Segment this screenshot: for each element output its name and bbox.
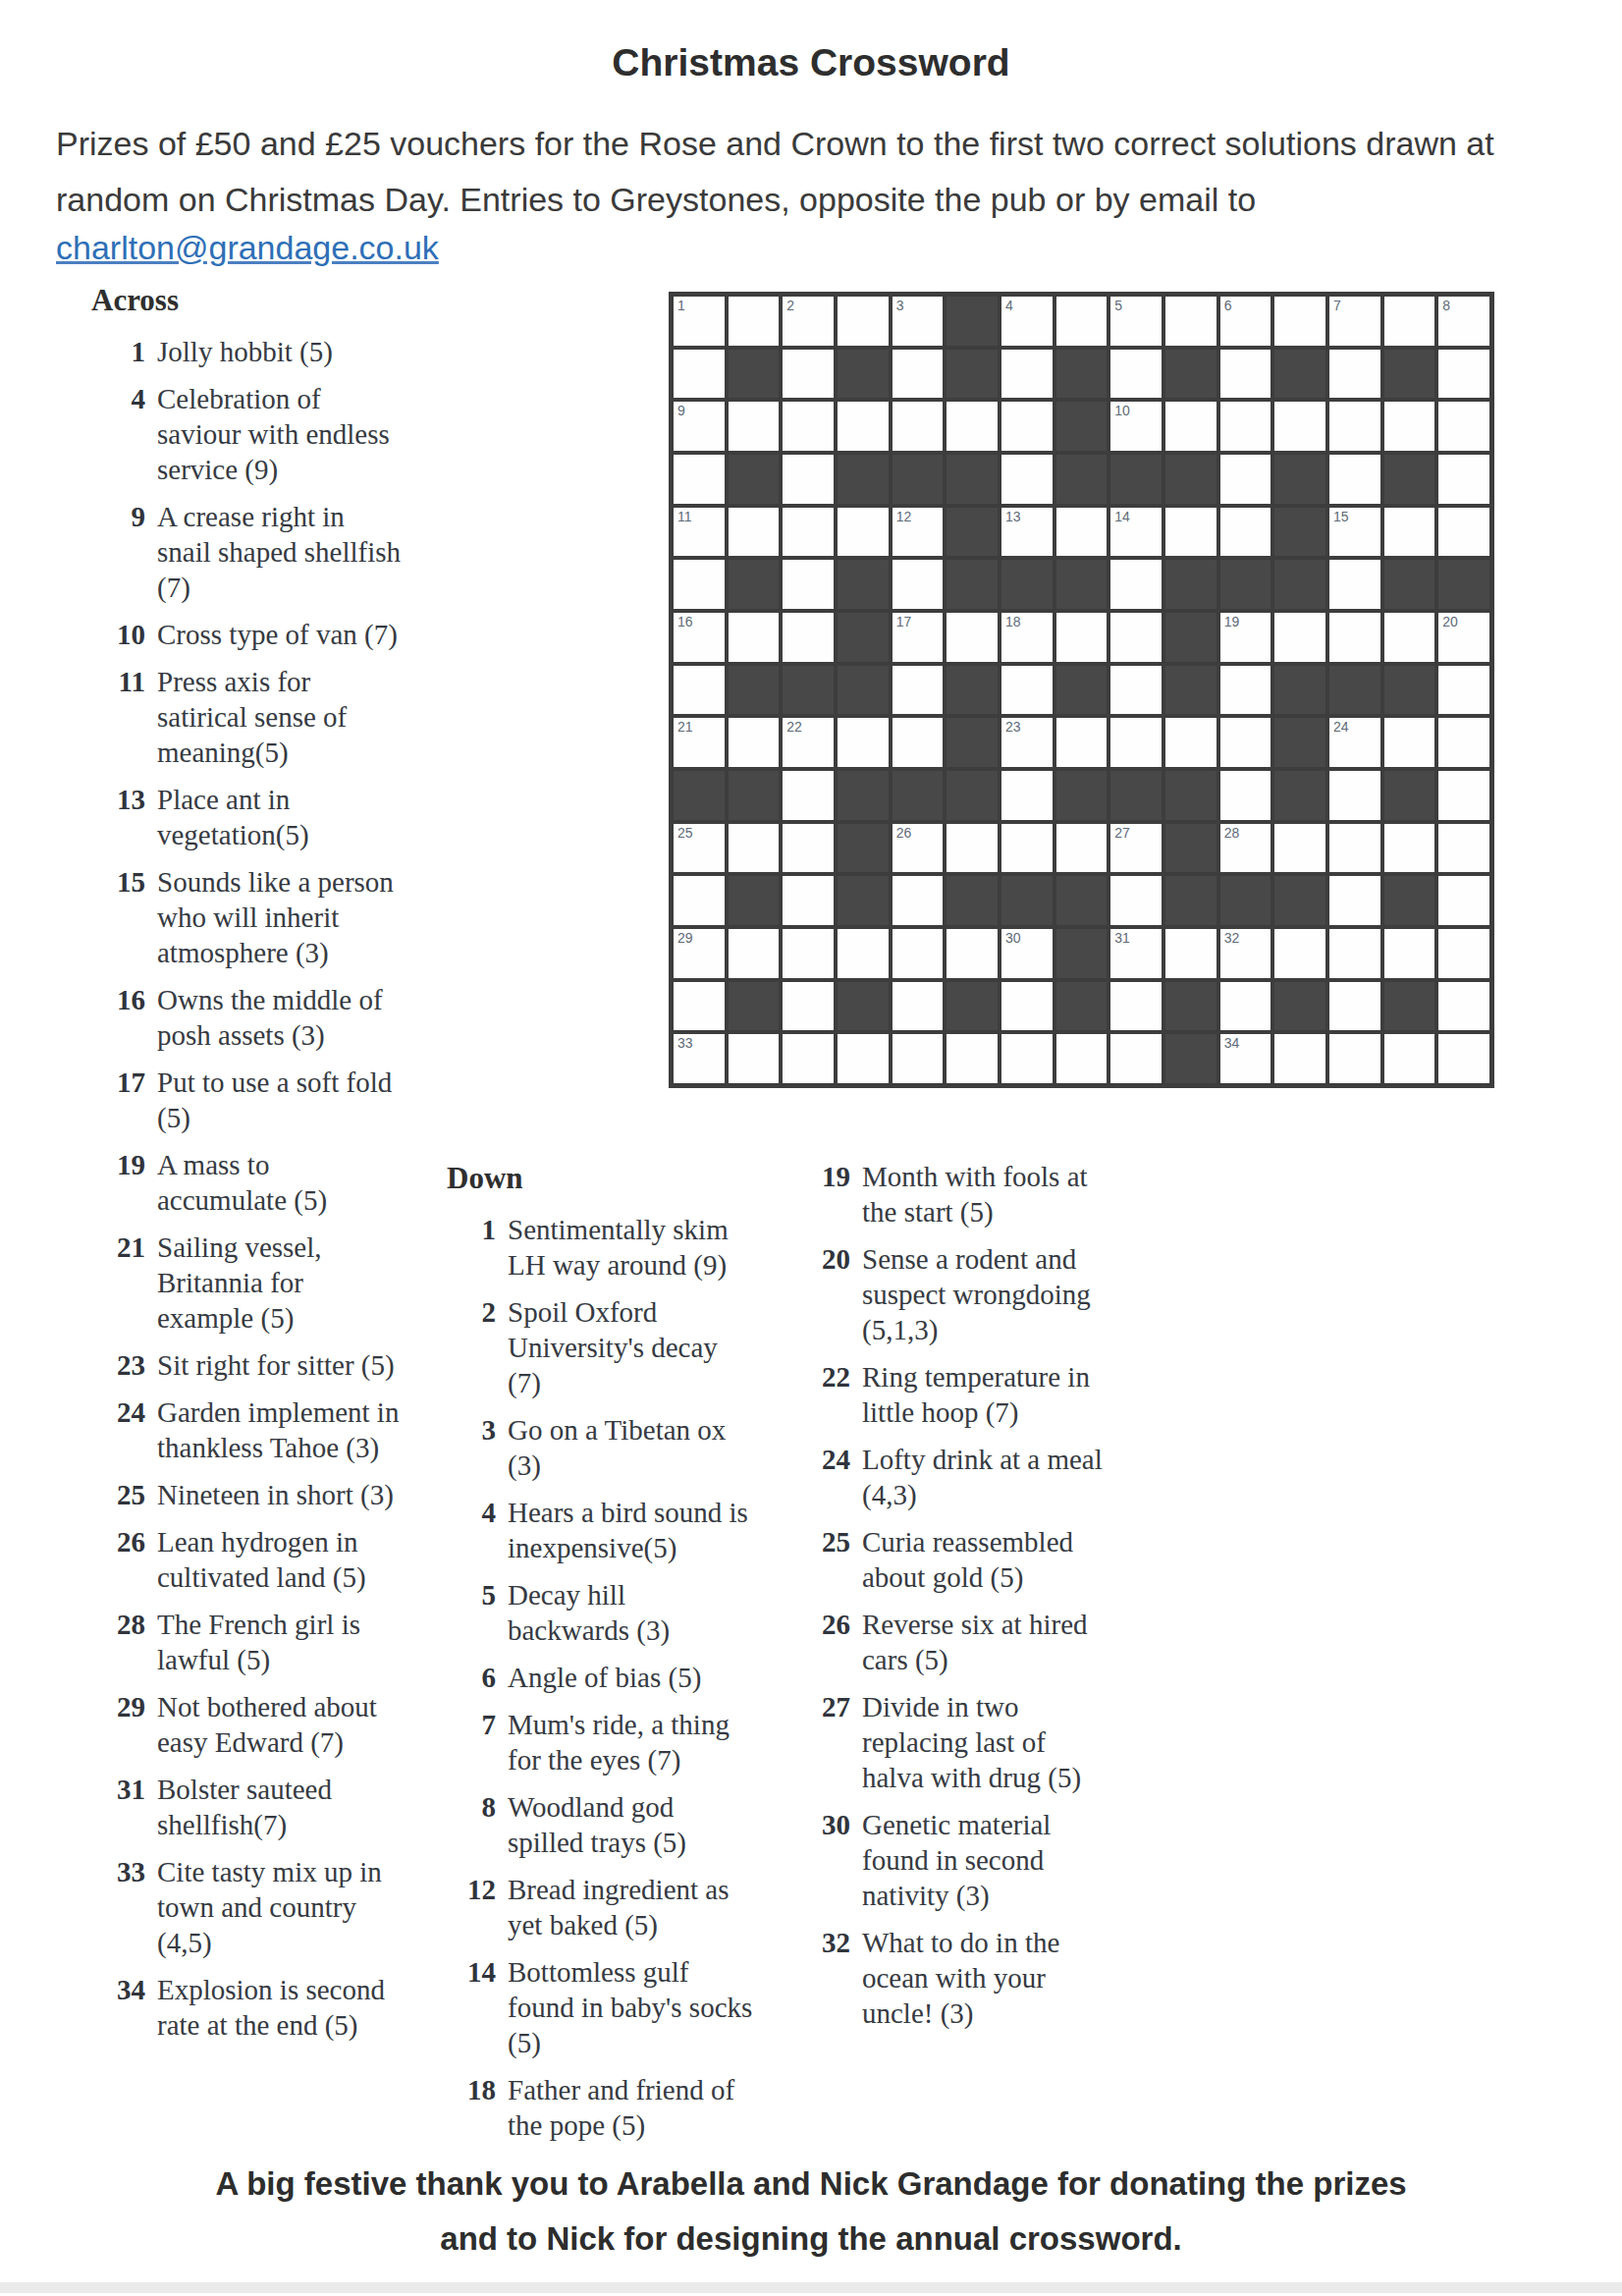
clue-number-20: 20 (1442, 614, 1458, 629)
cell-r9c9[interactable] (1110, 718, 1162, 767)
cell-r5c8[interactable] (1056, 508, 1108, 557)
cell-r8c3-black (783, 666, 834, 715)
cell-r1c13[interactable]: 7 (1329, 297, 1380, 346)
across-clue-text-25: Nineteen in short (3) (157, 1477, 452, 1512)
cell-r3c6[interactable] (946, 402, 998, 451)
cell-r12c1[interactable] (674, 876, 725, 925)
cell-r4c6-black (946, 455, 998, 504)
cell-r10c11[interactable] (1220, 771, 1271, 820)
cell-r11c7[interactable] (1001, 824, 1053, 873)
down-clue-7: 7Mum's ride, a thing for the eyes (7) (447, 1707, 790, 1777)
down-clue-8: 8Woodland god spilled trays (5) (447, 1789, 790, 1860)
cell-r1c2[interactable] (729, 297, 780, 346)
cell-r11c15[interactable] (1438, 824, 1489, 873)
cell-r8c14-black (1384, 666, 1435, 715)
cell-r15c8[interactable] (1056, 1034, 1108, 1083)
cell-r7c5[interactable]: 17 (892, 613, 944, 662)
cell-r10c2-black (729, 771, 780, 820)
cell-r5c14[interactable] (1384, 508, 1435, 557)
cell-r12c15[interactable] (1438, 876, 1489, 925)
email-link[interactable]: charlton@grandage.co.uk (56, 229, 439, 267)
down-clue-text-22: Ring temperature in little hoop (7) (862, 1359, 1157, 1430)
cell-r3c11[interactable] (1220, 402, 1271, 451)
cell-r15c6[interactable] (946, 1034, 998, 1083)
cell-r5c7[interactable]: 13 (1001, 508, 1053, 557)
cell-r5c5[interactable]: 12 (892, 508, 944, 557)
page-title: Christmas Crossword (0, 41, 1622, 84)
across-clue-text-31: Bolster sauteed shellfish(7) (157, 1772, 452, 1842)
cell-r1c12[interactable] (1274, 297, 1325, 346)
cell-r7c2[interactable] (729, 613, 780, 662)
cell-r8c7[interactable] (1001, 666, 1053, 715)
cell-r12c6-black (946, 876, 998, 925)
cell-r5c11[interactable] (1220, 508, 1271, 557)
cell-r4c3[interactable] (783, 455, 834, 504)
cell-r13c9[interactable]: 31 (1110, 929, 1162, 978)
across-clue-26: 26Lean hydrogen in cultivated land (5) (91, 1524, 457, 1595)
cell-r2c13[interactable] (1329, 350, 1380, 399)
cell-r6c13[interactable] (1329, 560, 1380, 609)
cell-r15c11[interactable]: 34 (1220, 1034, 1271, 1083)
cell-r15c15[interactable] (1438, 1034, 1489, 1083)
clue-number-13: 13 (1005, 509, 1021, 524)
cell-r14c3[interactable] (783, 982, 834, 1031)
across-clue-num-17: 17 (91, 1065, 157, 1135)
cell-r13c6[interactable] (946, 929, 998, 978)
cell-r15c12[interactable] (1274, 1034, 1325, 1083)
down-clue-num-4: 4 (447, 1495, 508, 1565)
across-clue-num-24: 24 (91, 1394, 157, 1465)
cell-r7c14[interactable] (1384, 613, 1435, 662)
cell-r10c8-black (1056, 771, 1108, 820)
cell-r11c13[interactable] (1329, 824, 1380, 873)
across-clue-num-23: 23 (91, 1347, 157, 1383)
cell-r7c6[interactable] (946, 613, 998, 662)
cell-r1c1[interactable]: 1 (674, 297, 725, 346)
cell-r4c12-black (1274, 455, 1325, 504)
cell-r14c1[interactable] (674, 982, 725, 1031)
down-clue-3: 3Go on a Tibetan ox (3) (447, 1412, 790, 1483)
cell-r15c5[interactable] (892, 1034, 944, 1083)
down-clue-text-19: Month with fools at the start (5) (862, 1159, 1157, 1230)
down-clue-num-20: 20 (803, 1241, 862, 1347)
down-clue-text-1: Sentimentally skim LH way around (9) (508, 1212, 787, 1283)
cell-r9c5[interactable] (892, 718, 944, 767)
clue-number-11: 11 (677, 509, 692, 524)
cell-r3c2[interactable] (729, 402, 780, 451)
down-clue-num-14: 14 (447, 1954, 508, 2060)
clue-number-28: 28 (1224, 825, 1240, 841)
cell-r14c13[interactable] (1329, 982, 1380, 1031)
cell-r13c5[interactable] (892, 929, 944, 978)
cell-r11c5[interactable]: 26 (892, 824, 944, 873)
cell-r10c13[interactable] (1329, 771, 1380, 820)
across-clue-25: 25Nineteen in short (3) (91, 1477, 457, 1512)
cell-r1c5[interactable]: 3 (892, 297, 944, 346)
across-clue-text-9: A crease right in snail shaped shellfish… (157, 499, 452, 605)
cell-r1c15[interactable]: 8 (1438, 297, 1489, 346)
cell-r11c8[interactable] (1056, 824, 1108, 873)
cell-r12c9[interactable] (1110, 876, 1162, 925)
cell-r9c10[interactable] (1165, 718, 1216, 767)
clue-number-8: 8 (1442, 298, 1450, 313)
cell-r10c15[interactable] (1438, 771, 1489, 820)
cell-r8c10-black (1165, 666, 1216, 715)
cell-r14c11[interactable] (1220, 982, 1271, 1031)
down-clue-text-2: Spoil Oxford University's decay (7) (508, 1294, 787, 1400)
down-clue-18: 18Father and friend of the pope (5) (447, 2072, 790, 2143)
across-clue-num-25: 25 (91, 1477, 157, 1512)
cell-r15c3[interactable] (783, 1034, 834, 1083)
down-clue-22: 22Ring temperature in little hoop (7) (803, 1359, 1162, 1430)
cell-r13c12[interactable] (1274, 929, 1325, 978)
cell-r10c5-black (892, 771, 944, 820)
cell-r13c10[interactable] (1165, 929, 1216, 978)
cell-r8c15[interactable] (1438, 666, 1489, 715)
across-clue-num-1: 1 (91, 334, 157, 369)
across-clue-num-10: 10 (91, 617, 157, 652)
cell-r3c10[interactable] (1165, 402, 1216, 451)
cell-r1c9[interactable]: 5 (1110, 297, 1162, 346)
cell-r11c1[interactable]: 25 (674, 824, 725, 873)
across-clue-num-15: 15 (91, 864, 157, 970)
down-clue-text-14: Bottomless gulf found in baby's socks (5… (508, 1954, 787, 2060)
down-clue-12: 12Bread ingredient as yet baked (5) (447, 1872, 790, 1942)
cell-r4c1[interactable] (674, 455, 725, 504)
across-clue-16: 16Owns the middle of posh assets (3) (91, 982, 457, 1053)
across-clue-34: 34Explosion is second rate at the end (5… (91, 1972, 457, 2043)
cell-r1c10[interactable] (1165, 297, 1216, 346)
cell-r8c5[interactable] (892, 666, 944, 715)
clue-number-32: 32 (1224, 930, 1240, 946)
down-clue-num-26: 26 (803, 1607, 862, 1677)
across-clue-text-10: Cross type of van (7) (157, 617, 452, 652)
cell-r4c4-black (838, 455, 889, 504)
across-clue-text-34: Explosion is second rate at the end (5) (157, 1972, 452, 2043)
cell-r4c13[interactable] (1329, 455, 1380, 504)
down-clue-30: 30Genetic material found in second nativ… (803, 1807, 1162, 1913)
cell-r14c7[interactable] (1001, 982, 1053, 1031)
cell-r13c15[interactable] (1438, 929, 1489, 978)
across-clue-text-21: Sailing vessel, Britannia for example (5… (157, 1230, 452, 1336)
cell-r5c10[interactable] (1165, 508, 1216, 557)
cell-r5c1[interactable]: 11 (674, 508, 725, 557)
cell-r6c11-black (1220, 560, 1271, 609)
down-clue-2: 2Spoil Oxford University's decay (7) (447, 1294, 790, 1400)
down-clue-num-24: 24 (803, 1442, 862, 1512)
down-clue-num-3: 3 (447, 1412, 508, 1483)
cell-r12c3[interactable] (783, 876, 834, 925)
cell-r3c1[interactable]: 9 (674, 402, 725, 451)
cell-r1c7[interactable]: 4 (1001, 297, 1053, 346)
cell-r15c13[interactable] (1329, 1034, 1380, 1083)
across-clue-num-19: 19 (91, 1147, 157, 1218)
across-clue-19: 19A mass to accumulate (5) (91, 1147, 457, 1218)
cell-r10c10-black (1165, 771, 1216, 820)
cell-r15c9[interactable] (1110, 1034, 1162, 1083)
down-clue-text-5: Decay hill backwards (3) (508, 1577, 787, 1648)
cell-r2c3[interactable] (783, 350, 834, 399)
cell-r4c7[interactable] (1001, 455, 1053, 504)
cell-r2c8-black (1056, 350, 1108, 399)
cell-r3c13[interactable] (1329, 402, 1380, 451)
cell-r10c9-black (1110, 771, 1162, 820)
cell-r8c1[interactable] (674, 666, 725, 715)
cell-r10c4-black (838, 771, 889, 820)
cell-r5c13[interactable]: 15 (1329, 508, 1380, 557)
cell-r7c1[interactable]: 16 (674, 613, 725, 662)
cell-r7c11[interactable]: 19 (1220, 613, 1271, 662)
cell-r6c3[interactable] (783, 560, 834, 609)
cell-r1c3[interactable]: 2 (783, 297, 834, 346)
across-clue-num-26: 26 (91, 1524, 157, 1595)
cell-r12c12-black (1274, 876, 1325, 925)
cell-r5c15[interactable] (1438, 508, 1489, 557)
cell-r13c11[interactable]: 32 (1220, 929, 1271, 978)
cell-r10c1-black (674, 771, 725, 820)
cell-r13c3[interactable] (783, 929, 834, 978)
across-clue-text-13: Place ant in vegetation(5) (157, 782, 452, 852)
cell-r13c13[interactable] (1329, 929, 1380, 978)
down-clue-32: 32What to do in the ocean with your uncl… (803, 1925, 1162, 2031)
cell-r9c7[interactable]: 23 (1001, 718, 1053, 767)
down-clue-text-20: Sense a rodent and suspect wrongdoing (5… (862, 1241, 1157, 1347)
clue-number-31: 31 (1114, 930, 1130, 946)
cell-r11c2[interactable] (729, 824, 780, 873)
cell-r8c9[interactable] (1110, 666, 1162, 715)
cell-r9c8[interactable] (1056, 718, 1108, 767)
across-clue-text-23: Sit right for sitter (5) (157, 1347, 452, 1383)
down-clue-num-18: 18 (447, 2072, 508, 2143)
down-clue-6: 6Angle of bias (5) (447, 1660, 790, 1695)
cell-r11c11[interactable]: 28 (1220, 824, 1271, 873)
across-clue-text-28: The French girl is lawful (5) (157, 1607, 452, 1677)
cell-r2c7[interactable] (1001, 350, 1053, 399)
cell-r2c11[interactable] (1220, 350, 1271, 399)
cell-r3c5[interactable] (892, 402, 944, 451)
cell-r3c14[interactable] (1384, 402, 1435, 451)
crossword-grid: 1234567891011121314151617181920212223242… (669, 292, 1494, 1088)
cell-r11c14[interactable] (1384, 824, 1435, 873)
intro-text: Prizes of £50 and £25 vouchers for the R… (56, 116, 1597, 228)
cell-r11c3[interactable] (783, 824, 834, 873)
cell-r3c3[interactable] (783, 402, 834, 451)
down-clue-num-22: 22 (803, 1359, 862, 1430)
cell-r9c11[interactable] (1220, 718, 1271, 767)
across-clue-text-17: Put to use a soft fold (5) (157, 1065, 452, 1135)
down-clue-text-30: Genetic material found in second nativit… (862, 1807, 1157, 1913)
cell-r2c15[interactable] (1438, 350, 1489, 399)
cell-r2c5[interactable] (892, 350, 944, 399)
cell-r2c10-black (1165, 350, 1216, 399)
cell-r5c12-black (1274, 508, 1325, 557)
cell-r15c1[interactable]: 33 (674, 1034, 725, 1083)
down-clue-text-7: Mum's ride, a thing for the eyes (7) (508, 1707, 787, 1777)
down-clue-text-3: Go on a Tibetan ox (3) (508, 1412, 787, 1483)
cell-r3c9[interactable]: 10 (1110, 402, 1162, 451)
cell-r2c1[interactable] (674, 350, 725, 399)
cell-r5c9[interactable]: 14 (1110, 508, 1162, 557)
across-clue-23: 23Sit right for sitter (5) (91, 1347, 457, 1383)
cell-r7c7[interactable]: 18 (1001, 613, 1053, 662)
cell-r12c2-black (729, 876, 780, 925)
cell-r7c15[interactable]: 20 (1438, 613, 1489, 662)
cell-r1c14[interactable] (1384, 297, 1435, 346)
clue-number-22: 22 (786, 719, 802, 735)
cell-r14c15[interactable] (1438, 982, 1489, 1031)
down-clue-19: 19Month with fools at the start (5) (803, 1159, 1162, 1230)
cell-r6c6-black (946, 560, 998, 609)
cell-r11c12[interactable] (1274, 824, 1325, 873)
cell-r14c9[interactable] (1110, 982, 1162, 1031)
down-clue-text-25: Curia reassembled about gold (5) (862, 1524, 1157, 1595)
across-clue-31: 31Bolster sauteed shellfish(7) (91, 1772, 457, 1842)
cell-r7c10-black (1165, 613, 1216, 662)
cell-r14c14-black (1384, 982, 1435, 1031)
cell-r8c11[interactable] (1220, 666, 1271, 715)
cell-r10c12-black (1274, 771, 1325, 820)
across-clue-num-11: 11 (91, 664, 157, 770)
across-heading: Across (91, 283, 457, 318)
cell-r11c9[interactable]: 27 (1110, 824, 1162, 873)
clue-number-9: 9 (677, 403, 685, 418)
cell-r13c14[interactable] (1384, 929, 1435, 978)
cell-r7c12[interactable] (1274, 613, 1325, 662)
cell-r4c15[interactable] (1438, 455, 1489, 504)
cell-r8c2-black (729, 666, 780, 715)
down-clue-24: 24Lofty drink at a meal (4,3) (803, 1442, 1162, 1512)
cell-r4c2-black (729, 455, 780, 504)
cell-r10c3[interactable] (783, 771, 834, 820)
cell-r3c12[interactable] (1274, 402, 1325, 451)
across-clue-text-24: Garden implement in thankless Tahoe (3) (157, 1394, 452, 1465)
down-clue-text-4: Hears a bird sound is inexpensive(5) (508, 1495, 787, 1565)
cell-r1c8[interactable] (1056, 297, 1108, 346)
down-clue-14: 14Bottomless gulf found in baby's socks … (447, 1954, 790, 2060)
cell-r5c4[interactable] (838, 508, 889, 557)
cell-r10c7[interactable] (1001, 771, 1053, 820)
cell-r15c10-black (1165, 1034, 1216, 1083)
cell-r1c11[interactable]: 6 (1220, 297, 1271, 346)
cell-r8c6-black (946, 666, 998, 715)
cell-r14c2-black (729, 982, 780, 1031)
clue-number-29: 29 (677, 930, 693, 946)
down-clue-num-8: 8 (447, 1789, 508, 1860)
cell-r15c4[interactable] (838, 1034, 889, 1083)
down-clue-num-19: 19 (803, 1159, 862, 1230)
cell-r6c15-black (1438, 560, 1489, 609)
clue-number-14: 14 (1114, 509, 1130, 524)
cell-r4c11[interactable] (1220, 455, 1271, 504)
across-clue-list: 1Jolly hobbit (5)4Celebration of saviour… (91, 334, 457, 2043)
down-clue-list-2: 19Month with fools at the start (5)20Sen… (803, 1159, 1162, 2031)
down-clue-text-6: Angle of bias (5) (508, 1660, 787, 1695)
clue-number-10: 10 (1114, 403, 1130, 418)
cell-r12c10-black (1165, 876, 1216, 925)
cell-r15c14[interactable] (1384, 1034, 1435, 1083)
crossword-page: Christmas Crossword Prizes of £50 and £2… (0, 0, 1622, 2296)
cell-r12c13[interactable] (1329, 876, 1380, 925)
cell-r2c4-black (838, 350, 889, 399)
down-clue-5: 5Decay hill backwards (3) (447, 1577, 790, 1648)
clue-number-7: 7 (1333, 298, 1341, 313)
cell-r10c14-black (1384, 771, 1435, 820)
cell-r13c2[interactable] (729, 929, 780, 978)
across-clue-33: 33Cite tasty mix up in town and country … (91, 1854, 457, 1960)
cell-r9c14[interactable] (1384, 718, 1435, 767)
cell-r3c4[interactable] (838, 402, 889, 451)
down-clue-text-18: Father and friend of the pope (5) (508, 2072, 787, 2143)
clue-number-23: 23 (1005, 719, 1021, 735)
clue-number-17: 17 (896, 614, 912, 629)
cell-r7c8[interactable] (1056, 613, 1108, 662)
footer-text: A big festive thank you to Arabella and … (0, 2157, 1622, 2267)
cell-r3c15[interactable] (1438, 402, 1489, 451)
cell-r13c1[interactable]: 29 (674, 929, 725, 978)
down-clues-column-2: 19Month with fools at the start (5)20Sen… (803, 1159, 1162, 2043)
cell-r9c3[interactable]: 22 (783, 718, 834, 767)
cell-r6c5[interactable] (892, 560, 944, 609)
cell-r2c9[interactable] (1110, 350, 1162, 399)
cell-r15c7[interactable] (1001, 1034, 1053, 1083)
cell-r2c14-black (1384, 350, 1435, 399)
cell-r5c6-black (946, 508, 998, 557)
down-clue-num-32: 32 (803, 1925, 862, 2031)
cell-r15c2[interactable] (729, 1034, 780, 1083)
cell-r13c7[interactable]: 30 (1001, 929, 1053, 978)
cell-r9c1[interactable]: 21 (674, 718, 725, 767)
cell-r4c14-black (1384, 455, 1435, 504)
down-clue-text-12: Bread ingredient as yet baked (5) (508, 1872, 787, 1942)
down-clue-1: 1Sentimentally skim LH way around (9) (447, 1212, 790, 1283)
down-clue-num-2: 2 (447, 1294, 508, 1400)
down-clue-num-27: 27 (803, 1689, 862, 1795)
cell-r12c8-black (1056, 876, 1108, 925)
across-clue-num-9: 9 (91, 499, 157, 605)
cell-r7c13[interactable] (1329, 613, 1380, 662)
cell-r1c4[interactable] (838, 297, 889, 346)
cell-r11c6[interactable] (946, 824, 998, 873)
clue-number-19: 19 (1224, 614, 1240, 629)
cell-r7c9[interactable] (1110, 613, 1162, 662)
across-clue-text-1: Jolly hobbit (5) (157, 334, 452, 369)
across-clue-num-33: 33 (91, 1854, 157, 1960)
down-clue-text-27: Divide in two replacing last of halva wi… (862, 1689, 1157, 1795)
cell-r3c7[interactable] (1001, 402, 1053, 451)
cell-r12c5[interactable] (892, 876, 944, 925)
down-clue-num-7: 7 (447, 1707, 508, 1777)
down-clue-20: 20Sense a rodent and suspect wrongdoing … (803, 1241, 1162, 1347)
cell-r5c2[interactable] (729, 508, 780, 557)
clue-number-15: 15 (1333, 509, 1349, 524)
cell-r9c4[interactable] (838, 718, 889, 767)
cell-r6c9[interactable] (1110, 560, 1162, 609)
cell-r14c5[interactable] (892, 982, 944, 1031)
cell-r9c15[interactable] (1438, 718, 1489, 767)
cell-r9c2[interactable] (729, 718, 780, 767)
clue-number-33: 33 (677, 1035, 693, 1051)
cell-r6c1[interactable] (674, 560, 725, 609)
cell-r5c3[interactable] (783, 508, 834, 557)
cell-r9c13[interactable]: 24 (1329, 718, 1380, 767)
across-clue-text-4: Celebration of saviour with endless serv… (157, 381, 452, 487)
cell-r13c4[interactable] (838, 929, 889, 978)
clue-number-12: 12 (896, 509, 912, 524)
across-clue-num-28: 28 (91, 1607, 157, 1677)
cell-r6c4-black (838, 560, 889, 609)
cell-r7c3[interactable] (783, 613, 834, 662)
down-clue-num-6: 6 (447, 1660, 508, 1695)
